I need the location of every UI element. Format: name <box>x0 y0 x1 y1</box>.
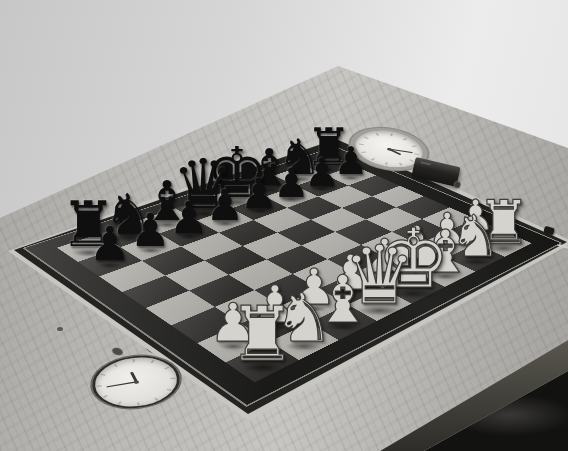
clock-tick <box>103 395 108 398</box>
piece-black-pawn-c7[interactable]: ♟ <box>169 196 208 240</box>
clock-tick <box>403 138 407 141</box>
piece-black-pawn-a7[interactable]: ♟ <box>89 222 131 269</box>
clock-tick <box>113 364 117 367</box>
clock-tick <box>371 158 375 161</box>
clock-tick <box>414 153 419 155</box>
clock-tick <box>118 401 122 404</box>
piece-black-pawn-e7[interactable]: ♟ <box>240 173 277 215</box>
clock-tick <box>133 359 135 362</box>
bottom-left-clock-center-cap <box>133 380 138 383</box>
piece-white-rook-a1[interactable]: ♜ <box>228 297 295 372</box>
clock-tick <box>170 377 175 379</box>
counter-box-latch <box>421 161 431 165</box>
piece-black-pawn-g7[interactable]: ♟ <box>304 152 339 191</box>
clock-tick <box>390 133 392 136</box>
piece-black-pawn-b7[interactable]: ♟ <box>130 208 171 253</box>
photo-scene: ♜♞♝♛♚♝♞♜♟♟♟♟♟♟♟♟♟♟♟♟♟♟♟♟♜♞♝♛♚♝♞♜ <box>0 0 568 451</box>
clock-tick <box>154 397 158 400</box>
clock-tick <box>166 388 171 390</box>
clock-tick <box>137 402 139 405</box>
wood-knot <box>57 327 63 331</box>
clock-tick <box>411 145 416 147</box>
clock-tick <box>399 162 403 165</box>
piece-black-pawn-d7[interactable]: ♟ <box>206 184 244 227</box>
clock-tick <box>164 366 169 369</box>
clock-tick <box>409 159 414 162</box>
clock-tick <box>375 133 379 136</box>
clock-tick <box>150 360 154 363</box>
clock-tick <box>385 162 387 165</box>
piece-black-pawn-f7[interactable]: ♟ <box>273 162 309 202</box>
clock-tick <box>97 385 102 387</box>
clock-tick <box>100 373 105 375</box>
